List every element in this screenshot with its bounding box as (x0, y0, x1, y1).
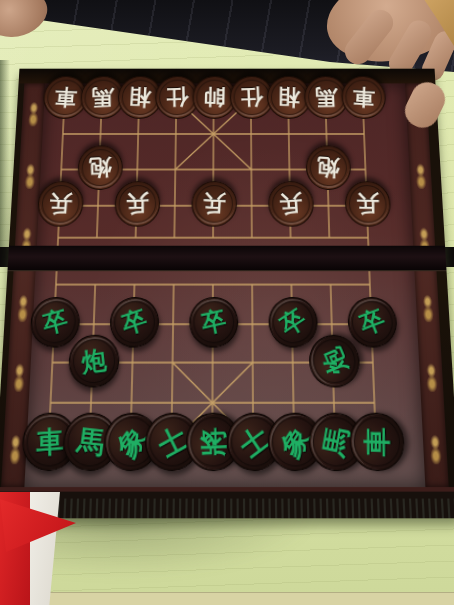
gold-animal-motif (10, 364, 27, 392)
piece-character: 兵 (48, 192, 72, 216)
gold-animal-motif (419, 295, 436, 322)
piece-character: 卒 (356, 306, 388, 338)
piece-character: 兵 (279, 192, 303, 216)
gold-animal-motif (6, 435, 23, 464)
gold-animal-motif (22, 164, 38, 189)
gold-animal-motif (14, 295, 31, 322)
piece-character: 馬 (320, 424, 352, 459)
piece-character: 相 (278, 86, 300, 108)
piece-character: 卒 (276, 305, 310, 340)
piece-character: 卒 (199, 307, 228, 337)
gold-animal-motif (25, 102, 41, 126)
piece-character: 馬 (315, 86, 338, 108)
piece-character: 仕 (166, 86, 188, 108)
gold-animal-motif (423, 364, 440, 392)
piece-character: 將 (199, 427, 227, 457)
gold-animal-motif (412, 164, 428, 189)
piece-character: 相 (128, 86, 151, 108)
piece-character: 兵 (126, 192, 149, 216)
piece-character: 卒 (119, 306, 149, 338)
piece-character: 兵 (356, 192, 379, 215)
xiangqi-board: 車馬相仕帥仕相馬車炮炮兵兵兵兵兵卒卒卒卒卒炮炮車馬象士將士象馬車 (0, 69, 454, 519)
piece-character: 車 (352, 86, 375, 109)
board-front-edge (0, 487, 454, 518)
piece-character: 炮 (318, 344, 350, 378)
piece-character: 車 (36, 426, 64, 457)
photo-scene: 車馬相仕帥仕相馬車炮炮兵兵兵兵兵卒卒卒卒卒炮炮車馬象士將士象馬車 (0, 0, 454, 605)
table-front-edge (0, 592, 454, 605)
piece-character: 炮 (317, 156, 340, 180)
piece-character: 卒 (41, 307, 70, 338)
piece-character: 車 (363, 427, 390, 457)
piece-character: 馬 (75, 426, 106, 458)
piece-character: 炮 (89, 156, 112, 180)
board-fold-hinge (7, 246, 446, 271)
piece-character: 車 (53, 86, 77, 109)
table-shadow-left (0, 60, 10, 260)
piece-character: 炮 (80, 346, 107, 375)
piece-character: 兵 (202, 192, 226, 216)
piece-character: 仕 (240, 86, 263, 108)
gold-animal-motif (426, 435, 443, 464)
piece-character: 帥 (203, 86, 225, 108)
piece-character: 馬 (92, 86, 114, 109)
